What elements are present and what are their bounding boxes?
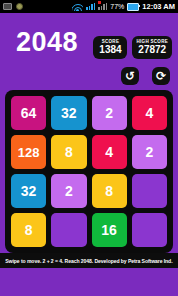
- tile-empty: [132, 174, 167, 208]
- tile-4: 4: [132, 96, 167, 130]
- signal-bars-2-icon: [98, 3, 107, 11]
- undo-icon: ↺: [125, 67, 135, 85]
- tile-2: 2: [51, 174, 86, 208]
- high-score-box: HIGH SCORE 27872: [132, 36, 172, 59]
- tile-2: 2: [92, 96, 127, 130]
- footer-text: Swipe to move. 2 + 2 = 4. Reach 2048. De…: [5, 258, 172, 264]
- battery-icon: [127, 3, 139, 11]
- tile-empty: [51, 213, 86, 247]
- app-window: 77% 12:03 AM 2048 SCORE 1384 HIGH SCORE …: [0, 0, 178, 296]
- tile-8: 8: [51, 135, 86, 169]
- footer-bar: Swipe to move. 2 + 2 = 4. Reach 2048. De…: [0, 253, 178, 268]
- status-left-icons: [3, 3, 23, 10]
- restart-button[interactable]: ⟳: [152, 67, 170, 85]
- page-title: 2048: [16, 28, 78, 56]
- score-box: SCORE 1384: [93, 36, 127, 59]
- tile-64: 64: [11, 96, 46, 130]
- tile-8: 8: [92, 174, 127, 208]
- notification-icon-a: [3, 3, 12, 10]
- status-right-icons: 77% 12:03 AM: [72, 0, 175, 13]
- notification-icon-b: [16, 3, 23, 10]
- tile-2: 2: [132, 135, 167, 169]
- tile-32: 32: [51, 96, 86, 130]
- battery-percent: 77%: [110, 0, 124, 13]
- board-grid[interactable]: 6432241288423228816: [5, 90, 173, 253]
- status-bar: 77% 12:03 AM: [0, 0, 178, 13]
- restart-icon: ⟳: [156, 67, 166, 85]
- clock: 12:03 AM: [142, 0, 175, 13]
- signal-bars-icon: [86, 3, 95, 11]
- control-buttons: ↺ ⟳: [121, 67, 170, 85]
- tile-32: 32: [11, 174, 46, 208]
- tile-empty: [132, 213, 167, 247]
- tile-16: 16: [92, 213, 127, 247]
- high-score-value: 27872: [138, 44, 166, 55]
- tile-8: 8: [11, 213, 46, 247]
- score-panel: SCORE 1384 HIGH SCORE 27872: [93, 36, 172, 59]
- wifi-icon: [72, 2, 83, 11]
- undo-button[interactable]: ↺: [121, 67, 139, 85]
- tile-128: 128: [11, 135, 46, 169]
- tile-4: 4: [92, 135, 127, 169]
- score-value: 1384: [99, 44, 121, 55]
